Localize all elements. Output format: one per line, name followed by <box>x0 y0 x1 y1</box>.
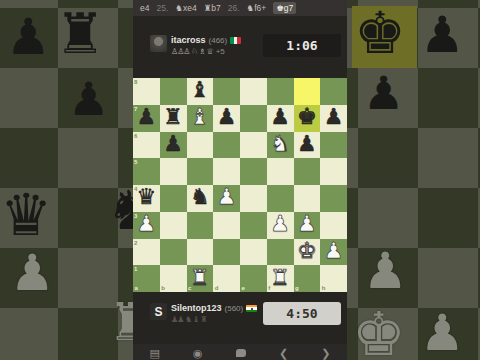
white-bishop: ♝ <box>190 106 210 128</box>
bottom-player-captured-pieces: ♟♟ ♞ ♝ ♜ <box>171 315 207 324</box>
square-b8[interactable] <box>160 78 187 105</box>
chess-board[interactable]: 8♝7♟♜♝♟♟♚♟6♟♞♟54♛♞♟3♟♟♟2♚♟1abc♜def♜gh <box>133 78 347 292</box>
square-f2[interactable] <box>267 239 294 266</box>
square-g4[interactable] <box>294 185 321 212</box>
square-d6[interactable] <box>213 132 240 159</box>
square-e6[interactable] <box>240 132 267 159</box>
square-b5[interactable] <box>160 158 187 185</box>
square-c8[interactable]: ♝ <box>187 78 214 105</box>
move[interactable]: ♞xe4 <box>175 3 196 13</box>
bottom-player-name: Silentop123 <box>171 303 222 313</box>
square-g8[interactable] <box>294 78 321 105</box>
bottom-player-clock: 4:50 <box>263 302 341 325</box>
square-g3[interactable]: ♟ <box>294 212 321 239</box>
square-h6[interactable] <box>320 132 347 159</box>
square-g2[interactable]: ♚ <box>294 239 321 266</box>
square-e2[interactable] <box>240 239 267 266</box>
square-a5[interactable]: 5 <box>133 158 160 185</box>
bottom-toolbar: ▤◉❮❯ <box>133 344 347 360</box>
square-a6[interactable]: 6 <box>133 132 160 159</box>
bottom-player-avatar: S <box>150 303 167 320</box>
white-knight: ♞ <box>270 133 290 155</box>
square-b3[interactable] <box>160 212 187 239</box>
square-h7[interactable]: ♟ <box>320 105 347 132</box>
white-rook: ♜ <box>270 267 290 289</box>
square-d8[interactable] <box>213 78 240 105</box>
square-b4[interactable] <box>160 185 187 212</box>
forward-icon[interactable]: ❯ <box>321 348 330 359</box>
menu-icon[interactable]: ▤ <box>150 348 160 359</box>
square-h3[interactable] <box>320 212 347 239</box>
square-h2[interactable]: ♟ <box>320 239 347 266</box>
square-c7[interactable]: ♝ <box>187 105 214 132</box>
square-h8[interactable] <box>320 78 347 105</box>
square-e1[interactable]: e <box>240 265 267 292</box>
white-king: ♚ <box>297 240 317 262</box>
file-label-h: h <box>322 285 326 291</box>
square-c1[interactable]: c♜ <box>187 265 214 292</box>
square-f3[interactable]: ♟ <box>267 212 294 239</box>
rank-label-5: 5 <box>134 159 137 165</box>
top-player-avatar <box>150 35 167 52</box>
current-move[interactable]: ♚g7 <box>273 2 296 14</box>
back-icon[interactable]: ❮ <box>279 348 288 359</box>
square-f1[interactable]: f♜ <box>267 265 294 292</box>
black-pawn: ♟ <box>217 106 237 128</box>
square-b7[interactable]: ♜ <box>160 105 187 132</box>
square-a7[interactable]: 7♟ <box>133 105 160 132</box>
move-number[interactable]: 26. <box>228 3 240 13</box>
move[interactable]: ♜b7 <box>204 3 221 13</box>
square-b6[interactable]: ♟ <box>160 132 187 159</box>
square-a4[interactable]: 4♛ <box>133 185 160 212</box>
square-c5[interactable] <box>187 158 214 185</box>
black-knight: ♞ <box>190 186 210 208</box>
rank-label-8: 8 <box>134 79 137 85</box>
square-f8[interactable] <box>267 78 294 105</box>
top-player-rating: (466) <box>209 36 228 45</box>
square-g7[interactable]: ♚ <box>294 105 321 132</box>
square-c3[interactable] <box>187 212 214 239</box>
chat-icon[interactable] <box>236 349 246 357</box>
square-f4[interactable] <box>267 185 294 212</box>
white-rook: ♜ <box>190 267 210 289</box>
active-ripple <box>310 345 343 360</box>
white-pawn: ♟ <box>217 186 237 208</box>
india-flag-icon <box>246 305 257 312</box>
square-c2[interactable] <box>187 239 214 266</box>
rank-label-2: 2 <box>134 240 137 246</box>
screenshot: ♟♜♟♛♟♞♜♚♟♟♟♚♟♟♞ e425.♞xe4♜b726.♞f6+♚g7 i… <box>0 0 480 360</box>
square-b2[interactable] <box>160 239 187 266</box>
square-b1[interactable]: b <box>160 265 187 292</box>
material-advantage: +5 <box>216 47 225 56</box>
square-c4[interactable]: ♞ <box>187 185 214 212</box>
square-e3[interactable] <box>240 212 267 239</box>
file-label-a: a <box>135 285 138 291</box>
players-icon[interactable]: ◉ <box>193 348 203 359</box>
square-h5[interactable] <box>320 158 347 185</box>
black-pawn: ♟ <box>324 106 344 128</box>
square-c6[interactable] <box>187 132 214 159</box>
rank-label-6: 6 <box>134 133 137 139</box>
square-d2[interactable] <box>213 239 240 266</box>
square-e7[interactable] <box>240 105 267 132</box>
square-e8[interactable] <box>240 78 267 105</box>
file-label-g: g <box>295 285 299 291</box>
file-label-e: e <box>242 285 245 291</box>
rank-label-1: 1 <box>134 266 137 272</box>
move-list-bar: e425.♞xe4♜b726.♞f6+♚g7 <box>133 0 347 16</box>
black-pawn: ♟ <box>270 106 290 128</box>
app-panel: e425.♞xe4♜b726.♞f6+♚g7 itacross (466) ♙♙… <box>133 0 347 360</box>
square-d4[interactable]: ♟ <box>213 185 240 212</box>
black-king: ♚ <box>297 106 317 128</box>
square-e4[interactable] <box>240 185 267 212</box>
square-d7[interactable]: ♟ <box>213 105 240 132</box>
square-a8[interactable]: 8 <box>133 78 160 105</box>
square-d1[interactable]: d <box>213 265 240 292</box>
move[interactable]: ♞f6+ <box>247 3 267 13</box>
square-g6[interactable]: ♟ <box>294 132 321 159</box>
file-label-b: b <box>161 285 165 291</box>
black-queen: ♛ <box>137 186 157 208</box>
top-player-name: itacross <box>171 35 206 45</box>
square-a3[interactable]: 3♟ <box>133 212 160 239</box>
square-g5[interactable] <box>294 158 321 185</box>
square-f7[interactable]: ♟ <box>267 105 294 132</box>
top-player-captured-pieces: ♙♙♙ ♘ ♗ ♕+5 <box>171 47 225 56</box>
move-number[interactable]: 25. <box>156 3 168 13</box>
bottom-player-rating: (560) <box>225 304 244 313</box>
square-a1[interactable]: 1a <box>133 265 160 292</box>
black-rook: ♜ <box>163 106 183 128</box>
square-h4[interactable] <box>320 185 347 212</box>
move[interactable]: e4 <box>140 3 149 13</box>
italy-flag-icon <box>230 37 241 44</box>
file-label-d: d <box>215 285 219 291</box>
black-pawn: ♟ <box>163 133 183 155</box>
square-a2[interactable]: 2 <box>133 239 160 266</box>
black-pawn: ♟ <box>137 106 157 128</box>
black-bishop: ♝ <box>190 79 210 101</box>
square-d5[interactable] <box>213 158 240 185</box>
square-e5[interactable] <box>240 158 267 185</box>
white-pawn: ♟ <box>137 213 157 235</box>
top-player-clock: 1:06 <box>263 34 341 57</box>
white-pawn: ♟ <box>270 213 290 235</box>
square-h1[interactable]: h <box>320 265 347 292</box>
square-g1[interactable]: g <box>294 265 321 292</box>
square-f5[interactable] <box>267 158 294 185</box>
square-d3[interactable] <box>213 212 240 239</box>
square-f6[interactable]: ♞ <box>267 132 294 159</box>
white-pawn: ♟ <box>297 213 317 235</box>
white-pawn: ♟ <box>324 240 344 262</box>
black-pawn: ♟ <box>297 133 317 155</box>
